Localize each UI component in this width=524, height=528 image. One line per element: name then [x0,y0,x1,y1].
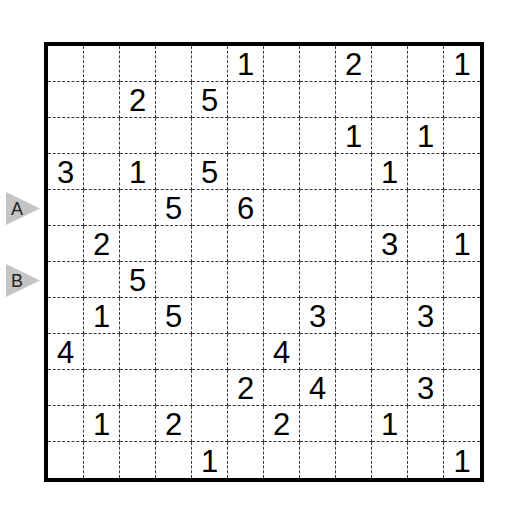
clue-number: 1 [453,47,470,80]
cell-r10c5[interactable] [192,370,228,406]
cell-r7c6[interactable] [228,262,264,298]
cell-r11c9[interactable] [336,406,372,442]
cell-r8c5[interactable] [192,298,228,334]
cell-r8c8: 3 [300,298,336,334]
clue-number: 3 [417,371,434,404]
cell-r1c7[interactable] [264,46,300,82]
cell-r6c9[interactable] [336,226,372,262]
clue-number: 5 [201,83,218,116]
cell-r6c2: 2 [84,226,120,262]
cell-r11c7: 2 [264,406,300,442]
cell-r3c9: 1 [336,118,372,154]
cell-r5c4: 5 [156,190,192,226]
cell-r7c5[interactable] [192,262,228,298]
cell-r6c6[interactable] [228,226,264,262]
clue-number: 1 [453,227,470,260]
cell-r3c8[interactable] [300,118,336,154]
cell-r1c3[interactable] [120,46,156,82]
clue-number: 2 [273,407,290,440]
cell-r8c6[interactable] [228,298,264,334]
cell-r1c4[interactable] [156,46,192,82]
cell-r10c3[interactable] [120,370,156,406]
clue-number: 2 [237,371,254,404]
cell-r10c1[interactable] [48,370,84,406]
clue-number: 2 [93,227,110,260]
clue-number: 1 [237,47,254,80]
clue-number: 1 [381,407,398,440]
cell-r6c11[interactable] [408,226,444,262]
cell-r7c3: 5 [120,262,156,298]
cell-r1c2[interactable] [84,46,120,82]
clue-number: 1 [417,119,434,152]
cell-r3c3[interactable] [120,118,156,154]
cell-r5c1[interactable] [48,190,84,226]
cell-r8c1[interactable] [48,298,84,334]
cell-r11c1[interactable] [48,406,84,442]
clue-number: 3 [309,299,326,332]
cell-r3c5[interactable] [192,118,228,154]
cell-r5c3[interactable] [120,190,156,226]
cell-r2c1[interactable] [48,82,84,118]
cell-r5c9[interactable] [336,190,372,226]
cell-r10c11: 3 [408,370,444,406]
cell-r5c6: 6 [228,190,264,226]
clue-number: 4 [273,335,290,368]
cell-r6c12: 1 [444,226,480,262]
cell-r8c3[interactable] [120,298,156,334]
cell-r12c4[interactable] [156,442,192,478]
cell-r8c11: 3 [408,298,444,334]
cell-r9c10[interactable] [372,334,408,370]
cell-r10c6: 2 [228,370,264,406]
cell-r1c12: 1 [444,46,480,82]
cell-r12c7[interactable] [264,442,300,478]
cell-r5c10[interactable] [372,190,408,226]
cell-r4c11[interactable] [408,154,444,190]
clue-number: 4 [309,371,326,404]
cell-r2c4[interactable] [156,82,192,118]
row-marker-a: A [6,192,40,225]
cell-r8c4: 5 [156,298,192,334]
cell-r11c11[interactable] [408,406,444,442]
cell-r2c12[interactable] [444,82,480,118]
cell-r11c2: 1 [84,406,120,442]
cell-r1c1[interactable] [48,46,84,82]
cell-r6c5[interactable] [192,226,228,262]
cell-r12c8[interactable] [300,442,336,478]
puzzle-board: 12125113151562315153344243122111 [44,42,484,482]
cell-r12c6[interactable] [228,442,264,478]
cell-r9c2[interactable] [84,334,120,370]
cell-r10c12[interactable] [444,370,480,406]
cell-r9c7: 4 [264,334,300,370]
clue-number: 2 [345,47,362,80]
cell-r7c9[interactable] [336,262,372,298]
cell-r9c1: 4 [48,334,84,370]
cell-r4c12[interactable] [444,154,480,190]
cell-r6c3[interactable] [120,226,156,262]
clue-number: 6 [237,191,254,224]
cell-r5c11[interactable] [408,190,444,226]
cell-r9c12[interactable] [444,334,480,370]
cell-r11c3[interactable] [120,406,156,442]
cell-r9c8[interactable] [300,334,336,370]
puzzle-page: A B 12125113151562315153344243122111 [0,0,524,528]
cell-r8c12[interactable] [444,298,480,334]
cell-r8c10[interactable] [372,298,408,334]
cell-r7c7[interactable] [264,262,300,298]
clue-number: 1 [381,155,398,188]
cell-r6c1[interactable] [48,226,84,262]
clue-number: 1 [345,119,362,152]
cell-r1c5[interactable] [192,46,228,82]
clue-number: 1 [201,444,218,477]
clue-number: 2 [129,83,146,116]
cell-r11c10: 1 [372,406,408,442]
cell-r1c9: 2 [336,46,372,82]
cell-r3c12[interactable] [444,118,480,154]
cell-r6c8[interactable] [300,226,336,262]
cell-r5c5[interactable] [192,190,228,226]
cell-r2c5: 5 [192,82,228,118]
cell-r9c5[interactable] [192,334,228,370]
clue-number: 5 [129,263,146,296]
cell-r3c1[interactable] [48,118,84,154]
cell-r5c8[interactable] [300,190,336,226]
cell-r4c1: 3 [48,154,84,190]
cell-r7c12[interactable] [444,262,480,298]
cell-r2c10[interactable] [372,82,408,118]
cell-r11c4: 2 [156,406,192,442]
cell-r7c2[interactable] [84,262,120,298]
cell-r9c4[interactable] [156,334,192,370]
cell-r5c7[interactable] [264,190,300,226]
cell-r6c4[interactable] [156,226,192,262]
cell-r4c2[interactable] [84,154,120,190]
cell-r10c9[interactable] [336,370,372,406]
cell-r12c5: 1 [192,442,228,478]
clue-number: 3 [57,155,74,188]
clue-number: 4 [57,335,74,368]
cell-r2c3: 2 [120,82,156,118]
cell-r5c2[interactable] [84,190,120,226]
clue-number: 5 [201,155,218,188]
cell-r3c10[interactable] [372,118,408,154]
cell-r10c4[interactable] [156,370,192,406]
cell-r7c1[interactable] [48,262,84,298]
cell-r6c7[interactable] [264,226,300,262]
cell-r1c11[interactable] [408,46,444,82]
cell-r1c10[interactable] [372,46,408,82]
clue-number: 3 [417,299,434,332]
cell-r5c12[interactable] [444,190,480,226]
clue-number: 5 [165,299,182,332]
cell-r2c8[interactable] [300,82,336,118]
clue-number: 2 [165,407,182,440]
cell-r4c6[interactable] [228,154,264,190]
clue-number: 1 [453,444,470,477]
cell-r12c1[interactable] [48,442,84,478]
cell-r11c6[interactable] [228,406,264,442]
cell-r3c2[interactable] [84,118,120,154]
cell-r3c11: 1 [408,118,444,154]
cell-r8c7[interactable] [264,298,300,334]
clue-number: 3 [381,227,398,260]
cell-r4c3: 1 [120,154,156,190]
clue-number: 1 [129,155,146,188]
cell-r2c9[interactable] [336,82,372,118]
cell-r8c2: 1 [84,298,120,334]
cell-r6c10: 3 [372,226,408,262]
row-marker-b: B [6,264,40,297]
row-marker-a-label: A [11,200,23,218]
clue-number: 1 [93,407,110,440]
cell-r10c7[interactable] [264,370,300,406]
cell-r9c3[interactable] [120,334,156,370]
cell-r10c2[interactable] [84,370,120,406]
cell-r4c9[interactable] [336,154,372,190]
cell-r4c8[interactable] [300,154,336,190]
cell-r12c11[interactable] [408,442,444,478]
cell-r1c6: 1 [228,46,264,82]
cell-r3c7[interactable] [264,118,300,154]
cell-r12c3[interactable] [120,442,156,478]
cell-r2c6[interactable] [228,82,264,118]
row-marker-b-label: B [11,272,23,290]
cell-r7c10[interactable] [372,262,408,298]
cell-r2c2[interactable] [84,82,120,118]
cell-r9c11[interactable] [408,334,444,370]
cell-r10c8: 4 [300,370,336,406]
cell-r12c2[interactable] [84,442,120,478]
cell-r4c5: 5 [192,154,228,190]
cell-r11c8[interactable] [300,406,336,442]
cell-r10c10[interactable] [372,370,408,406]
cell-r4c10: 1 [372,154,408,190]
cell-r3c6[interactable] [228,118,264,154]
cell-r2c11[interactable] [408,82,444,118]
cell-r2c7[interactable] [264,82,300,118]
cell-r7c11[interactable] [408,262,444,298]
cell-r9c9[interactable] [336,334,372,370]
cell-r12c10[interactable] [372,442,408,478]
cell-r4c4[interactable] [156,154,192,190]
cell-r7c4[interactable] [156,262,192,298]
cell-r7c8[interactable] [300,262,336,298]
cell-r8c9[interactable] [336,298,372,334]
cell-r12c12: 1 [444,442,480,478]
cell-r9c6[interactable] [228,334,264,370]
cell-r3c4[interactable] [156,118,192,154]
cell-r1c8[interactable] [300,46,336,82]
clue-number: 5 [165,191,182,224]
cell-r11c12[interactable] [444,406,480,442]
clue-number: 1 [93,299,110,332]
cell-r4c7[interactable] [264,154,300,190]
cell-r11c5[interactable] [192,406,228,442]
cell-r12c9[interactable] [336,442,372,478]
